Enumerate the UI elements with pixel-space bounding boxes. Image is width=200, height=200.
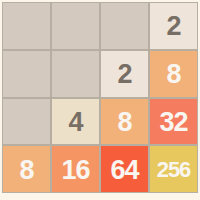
- cell-r1c2-empty: [52, 3, 99, 49]
- cell-r1c4-tile-2: 2: [150, 3, 197, 49]
- cell-r2c4-tile-8: 8: [150, 51, 197, 97]
- cell-r2c3-tile-2: 2: [101, 51, 148, 97]
- tile-value: 64: [110, 157, 138, 184]
- cell-r3c3-tile-8: 8: [101, 99, 148, 145]
- tile-value: 8: [19, 157, 33, 184]
- cell-r1c3-empty: [101, 3, 148, 49]
- game-2048-screen: 228483281664256: [0, 0, 200, 200]
- cell-r3c4-tile-32: 32: [150, 99, 197, 145]
- 2048-board[interactable]: 228483281664256: [2, 2, 198, 193]
- cell-r2c2-empty: [52, 51, 99, 97]
- tile-value: 4: [68, 109, 82, 136]
- tile-value: 2: [117, 61, 131, 88]
- tile-value: 8: [117, 109, 131, 136]
- tile-value: 8: [166, 61, 180, 88]
- cell-r3c1-empty: [3, 99, 50, 145]
- cell-r1c1-empty: [3, 3, 50, 49]
- tile-value: 256: [157, 159, 191, 181]
- cell-r4c1-tile-8: 8: [3, 146, 50, 192]
- tile-value: 32: [159, 109, 187, 136]
- cell-r4c2-tile-16: 16: [52, 146, 99, 192]
- cell-r4c4-tile-256: 256: [150, 146, 197, 192]
- cell-r4c3-tile-64: 64: [101, 146, 148, 192]
- tile-value: 2: [166, 13, 180, 40]
- cell-r2c1-empty: [3, 51, 50, 97]
- tile-value: 16: [61, 157, 89, 184]
- cell-r3c2-tile-4: 4: [52, 99, 99, 145]
